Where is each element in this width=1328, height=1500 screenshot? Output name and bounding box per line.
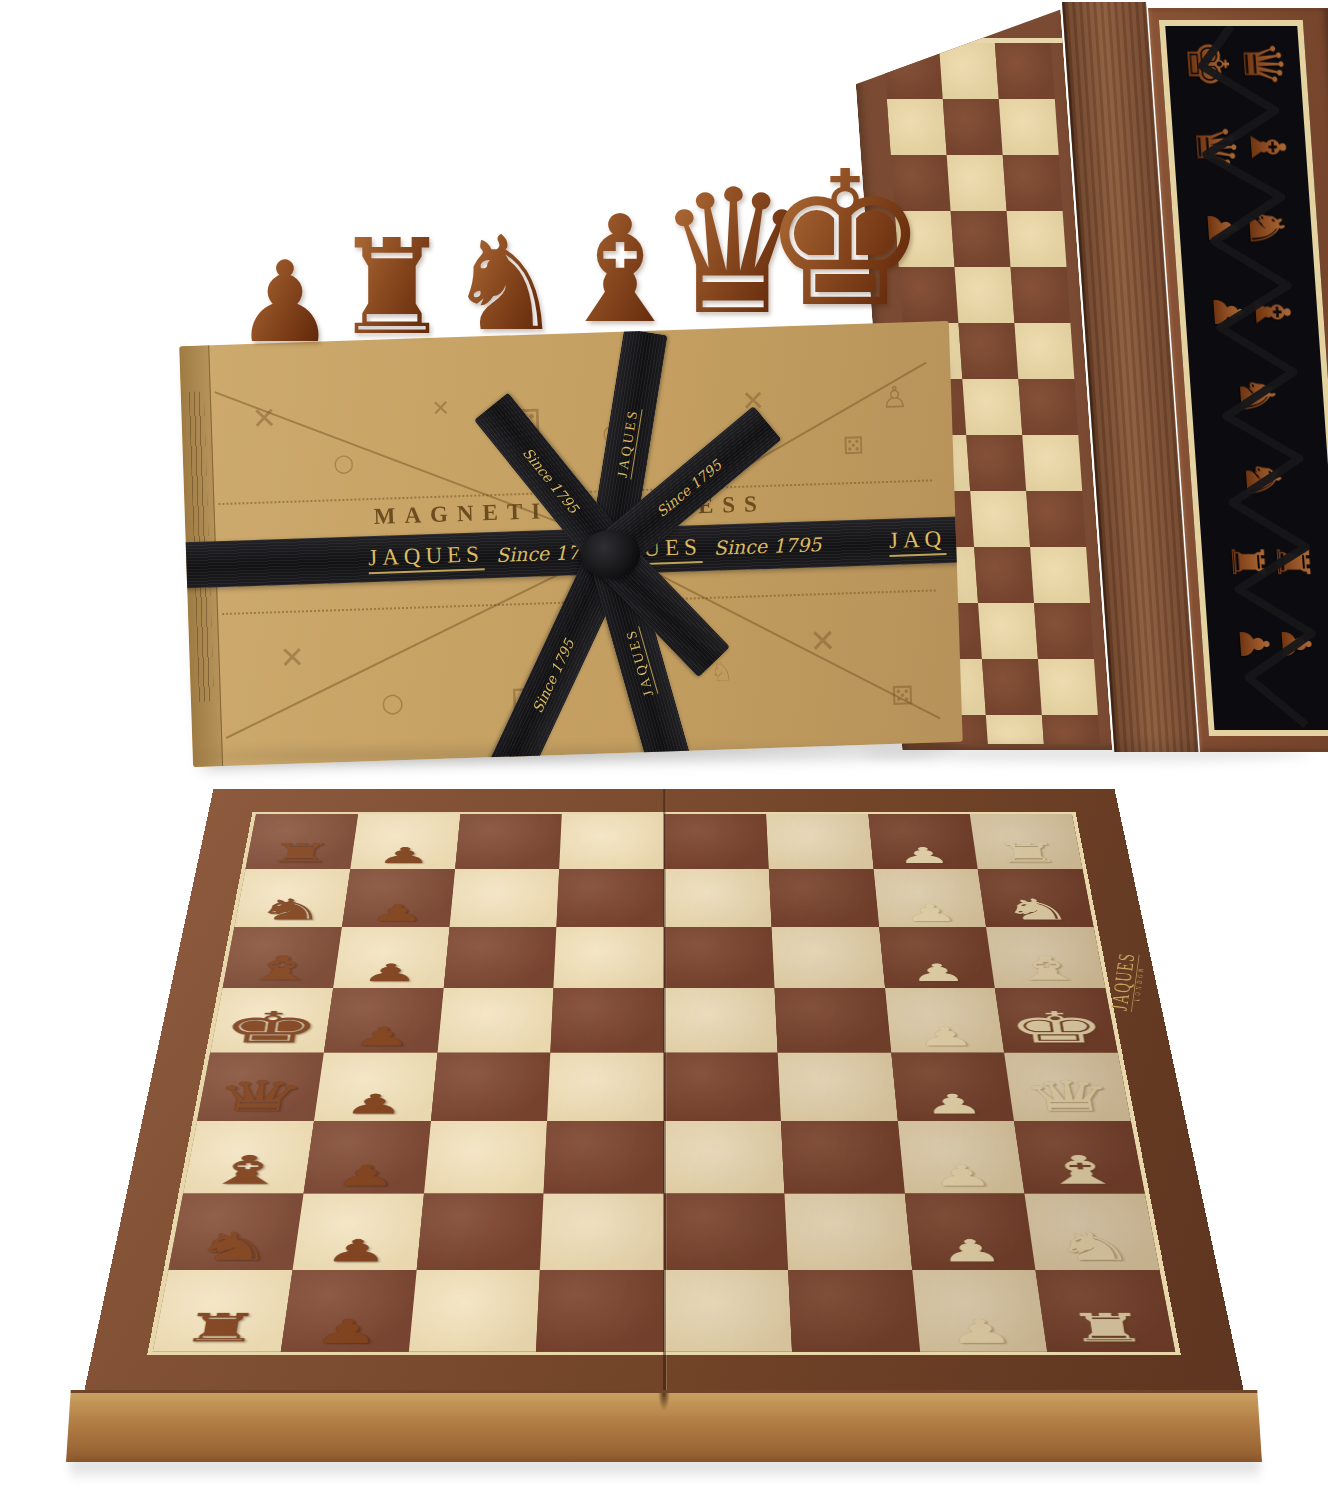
piece-black-knight-g8: ♞ xyxy=(253,895,329,924)
piece-white-knight-b1: ♞ xyxy=(1050,1228,1138,1266)
piece-white-pawn-d2: ♟ xyxy=(922,1091,986,1118)
square-a2: ♟ xyxy=(912,1270,1048,1352)
square-h8: ♜ xyxy=(245,814,358,869)
piece-black-pawn-e7: ♟ xyxy=(351,1024,413,1050)
square-b3 xyxy=(784,1193,912,1270)
product-photo-jaques-chess-set: ♚♛♛♝♟♞♟♝♞♞♜♜♟♟ ✕○⚂✕⚄♙✕○⚂♘✕⚄○✕ MAGNETIC C… xyxy=(0,0,1328,1500)
square-c5 xyxy=(544,1121,664,1193)
piece-black-bishop-f8: ♝ xyxy=(239,952,323,985)
cover-square xyxy=(1003,155,1063,211)
cover-square xyxy=(895,211,955,267)
piece-white-king-e1: ♚ xyxy=(1004,1007,1111,1050)
cover-square xyxy=(1014,323,1074,379)
piece-white-pawn-f2: ♟ xyxy=(908,961,968,985)
main-board: ♜♟♟♜♞♟♟♞♝♟♟♝♚♟♟♚♛♟♟♛♝♟♟♝♞♟♟♞♜♟♟♜ JAQUES … xyxy=(84,789,1244,1392)
square-a4 xyxy=(664,1270,792,1352)
piece-white-bishop-c1: ♝ xyxy=(1035,1151,1127,1190)
square-g4 xyxy=(664,869,771,927)
cover-square xyxy=(947,155,1007,211)
cover-square xyxy=(887,99,947,155)
ribbon-brand-script: Since 1795 xyxy=(713,533,821,559)
cover-square xyxy=(1030,547,1090,603)
piece-white-pawn-e2: ♟ xyxy=(915,1024,977,1050)
elastic-cord xyxy=(1165,26,1328,730)
cover-square xyxy=(986,715,1046,744)
square-d7: ♟ xyxy=(314,1053,437,1121)
piece-black-pawn-h7: ♟ xyxy=(375,845,432,867)
piece-white-bishop-f1: ♝ xyxy=(1005,952,1089,985)
square-f3 xyxy=(771,927,884,988)
square-c4 xyxy=(664,1121,784,1193)
cover-square xyxy=(943,99,1003,155)
square-c6 xyxy=(424,1121,548,1193)
square-h3 xyxy=(766,814,873,869)
ribbon-brand-name: JAQ xyxy=(889,526,947,557)
piece-black-rook-a8: ♜ xyxy=(177,1309,264,1348)
cover-square xyxy=(995,43,1055,99)
box-doodle-pattern: ✕○⚂✕⚄♙✕○⚂♘✕⚄○✕ xyxy=(179,321,949,347)
piece-white-rook-h1: ♜ xyxy=(993,840,1063,866)
doodle-icon: ✕ xyxy=(431,397,450,420)
piece-black-king-e8: ♚ xyxy=(217,1007,324,1050)
square-b4 xyxy=(664,1193,788,1270)
square-d5 xyxy=(547,1053,664,1121)
square-g7: ♟ xyxy=(342,869,455,927)
piece-black-queen-d8: ♛ xyxy=(208,1076,309,1118)
square-g1: ♞ xyxy=(978,869,1094,927)
square-g6 xyxy=(449,869,559,927)
square-d1: ♛ xyxy=(1004,1053,1131,1121)
square-h2: ♟ xyxy=(868,814,978,869)
piece-white-queen-d1: ♛ xyxy=(1018,1076,1119,1118)
ribbon-brand-script: Since 1795 xyxy=(529,637,577,716)
main-board-scene: ♜♟♟♜♞♟♟♞♝♟♟♝♚♟♟♚♛♟♟♛♝♟♟♝♞♟♟♞♜♟♟♜ JAQUES … xyxy=(64,766,1264,1500)
cover-square xyxy=(955,267,1015,323)
piece-white-pawn-a2: ♟ xyxy=(946,1315,1017,1348)
square-a3 xyxy=(788,1270,920,1352)
piece-black-knight-b8: ♞ xyxy=(190,1228,278,1266)
square-e6 xyxy=(437,988,554,1053)
square-e4 xyxy=(664,988,777,1053)
square-c3 xyxy=(781,1121,905,1193)
piece-black-pawn-a7: ♟ xyxy=(311,1315,382,1348)
board-front-edge xyxy=(66,1390,1262,1462)
piece-white-pawn-c2: ♟ xyxy=(929,1161,995,1190)
square-c2: ♟ xyxy=(897,1121,1024,1193)
display-rook-icon: ♜ xyxy=(333,228,451,349)
doodle-icon: ○ xyxy=(381,689,405,716)
square-b8: ♞ xyxy=(168,1193,303,1270)
cover-square xyxy=(978,603,1038,659)
cover-square xyxy=(970,491,1030,547)
square-a5 xyxy=(536,1270,664,1352)
square-c8: ♝ xyxy=(183,1121,314,1193)
doodle-icon: ✕ xyxy=(279,642,305,673)
piece-black-pawn-d7: ♟ xyxy=(342,1091,406,1118)
cover-square xyxy=(999,99,1059,155)
piece-white-pawn-b2: ♟ xyxy=(938,1236,1006,1267)
square-h1: ♜ xyxy=(970,814,1083,869)
doodle-icon: ○ xyxy=(333,451,355,476)
square-f6 xyxy=(443,927,556,988)
cover-square xyxy=(1042,715,1102,744)
square-h5 xyxy=(559,814,664,869)
square-d4 xyxy=(664,1053,781,1121)
square-f7: ♟ xyxy=(333,927,449,988)
piece-white-knight-g1: ♞ xyxy=(999,895,1075,924)
piece-black-pawn-b7: ♟ xyxy=(322,1236,390,1267)
cover-square xyxy=(966,435,1026,491)
piece-black-pawn-c7: ♟ xyxy=(332,1161,398,1190)
board-fold-seam xyxy=(663,789,666,1392)
box-shadow xyxy=(200,748,940,764)
square-f1: ♝ xyxy=(986,927,1105,988)
cover-square xyxy=(1026,491,1086,547)
display-bishop-icon: ♝ xyxy=(554,203,687,339)
square-g2: ♟ xyxy=(873,869,986,927)
square-g8: ♞ xyxy=(234,869,350,927)
ribbon-brand-name: JAQUES xyxy=(368,541,485,574)
cover-square xyxy=(1011,267,1071,323)
square-a8: ♜ xyxy=(153,1270,293,1352)
square-b2: ♟ xyxy=(904,1193,1035,1270)
display-queen-icon: ♛ xyxy=(656,175,810,333)
square-a7: ♟ xyxy=(281,1270,417,1352)
cover-square xyxy=(891,155,951,211)
square-g5 xyxy=(557,869,664,927)
piece-white-pawn-g2: ♟ xyxy=(902,901,961,924)
square-f5 xyxy=(554,927,664,988)
square-b1: ♞ xyxy=(1025,1193,1160,1270)
square-h4 xyxy=(664,814,769,869)
cover-square xyxy=(1007,211,1067,267)
display-pawn-icon: ♟ xyxy=(235,252,335,355)
square-e7: ♟ xyxy=(324,988,444,1053)
square-e5 xyxy=(551,988,664,1053)
square-d6 xyxy=(431,1053,551,1121)
board-frame: ♜♟♟♜♞♟♟♞♝♟♟♝♚♟♟♚♛♟♟♛♝♟♟♝♞♟♟♞♜♟♟♜ JAQUES … xyxy=(84,789,1244,1392)
board-brand-logo: JAQUES LONDON xyxy=(1106,952,1148,1012)
cover-square xyxy=(939,43,999,99)
piece-white-rook-a1: ♜ xyxy=(1064,1309,1151,1348)
square-b6 xyxy=(416,1193,544,1270)
square-d3 xyxy=(777,1053,897,1121)
cover-square xyxy=(982,659,1042,715)
ribbon-brand-name: JAQUES xyxy=(614,407,642,479)
ribbon-brand-edge: JAQ xyxy=(888,517,947,565)
cover-square xyxy=(883,43,943,99)
cover-square xyxy=(962,379,1022,435)
square-a1: ♜ xyxy=(1036,1270,1176,1352)
piece-white-pawn-h2: ♟ xyxy=(895,845,952,867)
piece-black-pawn-g7: ♟ xyxy=(368,901,427,924)
square-d2: ♟ xyxy=(891,1053,1014,1121)
display-knight-icon: ♞ xyxy=(447,226,564,346)
square-a6 xyxy=(408,1270,540,1352)
doodle-icon: ⚄ xyxy=(842,434,864,459)
cover-square xyxy=(899,267,959,323)
cover-square xyxy=(1018,379,1078,435)
square-c7: ♟ xyxy=(303,1121,430,1193)
square-f8: ♝ xyxy=(223,927,342,988)
square-h7: ♟ xyxy=(350,814,460,869)
cover-square xyxy=(958,323,1018,379)
square-h6 xyxy=(455,814,562,869)
square-e8: ♚ xyxy=(210,988,333,1053)
cover-square xyxy=(1034,603,1094,659)
cover-square xyxy=(974,547,1034,603)
cover-square xyxy=(1038,659,1098,715)
cover-square xyxy=(951,211,1011,267)
square-f4 xyxy=(664,927,774,988)
square-c1: ♝ xyxy=(1014,1121,1145,1193)
piece-black-rook-h8: ♜ xyxy=(265,840,335,866)
ribbon-brand-name: JAQUES xyxy=(623,626,659,698)
square-b5 xyxy=(540,1193,664,1270)
square-e1: ♚ xyxy=(995,988,1118,1053)
square-e3 xyxy=(774,988,891,1053)
board-shadow xyxy=(70,1460,1260,1482)
gift-box: ✕○⚂✕⚄♙✕○⚂♘✕⚄○✕ MAGNETIC CHESS JAQUES Sin… xyxy=(179,321,963,767)
square-f2: ♟ xyxy=(879,927,995,988)
square-b7: ♟ xyxy=(292,1193,423,1270)
board-edge-notch xyxy=(658,1393,670,1411)
square-d8: ♛ xyxy=(197,1053,324,1121)
cover-square xyxy=(1022,435,1082,491)
square-g3 xyxy=(769,869,879,927)
piece-black-pawn-f7: ♟ xyxy=(360,961,420,985)
square-e2: ♟ xyxy=(885,988,1005,1053)
piece-black-bishop-c8: ♝ xyxy=(201,1151,293,1190)
